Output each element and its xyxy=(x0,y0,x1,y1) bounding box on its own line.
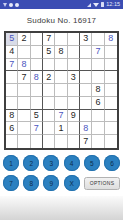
cell-r9c4[interactable] xyxy=(43,135,55,148)
cell-r8c6[interactable] xyxy=(68,122,80,135)
cell-r2c1[interactable]: 4 xyxy=(6,46,18,59)
cell-r8c9[interactable] xyxy=(105,122,117,135)
cell-r3c7[interactable] xyxy=(80,59,92,72)
cell-r8c4[interactable] xyxy=(43,122,55,135)
cell-r8c8[interactable] xyxy=(92,122,104,135)
key-3[interactable]: 3 xyxy=(43,155,59,171)
cell-r9c2[interactable] xyxy=(18,135,30,148)
notification-triangle-icon xyxy=(3,3,7,7)
cell-r8c3[interactable]: 7 xyxy=(31,122,43,135)
cell-r1c5[interactable] xyxy=(55,33,67,46)
key-5[interactable]: 5 xyxy=(84,155,100,171)
cell-r1c4[interactable]: 7 xyxy=(43,33,55,46)
cell-r2c2[interactable] xyxy=(18,46,30,59)
cell-r4c4[interactable]: 2 xyxy=(43,71,55,84)
cell-r7c4[interactable] xyxy=(43,110,55,123)
keypad: 123456 789XOPTIONS xyxy=(0,150,123,191)
options-button[interactable]: OPTIONS xyxy=(84,177,120,190)
cell-r9c3[interactable] xyxy=(31,135,43,148)
cell-r7c9[interactable] xyxy=(105,110,117,123)
notification-dot-icon xyxy=(15,3,19,7)
cell-r2c8[interactable]: 7 xyxy=(92,46,104,59)
cell-r1c2[interactable]: 2 xyxy=(18,33,30,46)
cell-r6c3[interactable] xyxy=(31,97,43,110)
cell-r6c6[interactable] xyxy=(68,97,80,110)
cell-r1c8[interactable] xyxy=(92,33,104,46)
cell-r7c2[interactable] xyxy=(18,110,30,123)
key-clear[interactable]: X xyxy=(64,175,80,191)
cell-r6c2[interactable] xyxy=(18,97,30,110)
cell-r9c6[interactable] xyxy=(68,135,80,148)
page-title: Sudoku No. 16917 xyxy=(0,9,123,31)
cell-r6c8[interactable]: 6 xyxy=(92,97,104,110)
cell-r3c9[interactable] xyxy=(105,59,117,72)
cell-r1c9[interactable]: 8 xyxy=(105,33,117,46)
cell-r2c7[interactable] xyxy=(80,46,92,59)
cell-r7c7[interactable] xyxy=(80,110,92,123)
key-8[interactable]: 8 xyxy=(23,175,39,191)
cell-r9c8[interactable] xyxy=(92,135,104,148)
keypad-row-1: 123456 xyxy=(3,155,120,171)
cell-r6c4[interactable] xyxy=(43,97,55,110)
cell-r4c1[interactable] xyxy=(6,71,18,84)
status-left-icons xyxy=(3,3,19,7)
cell-r7c6[interactable]: 9 xyxy=(68,110,80,123)
cell-r5c8[interactable]: 8 xyxy=(92,84,104,97)
key-9[interactable]: 9 xyxy=(43,175,59,191)
cell-r8c5[interactable]: 1 xyxy=(55,122,67,135)
cell-r6c5[interactable] xyxy=(55,97,67,110)
cell-r2c5[interactable]: 8 xyxy=(55,46,67,59)
cell-r4c8[interactable] xyxy=(92,71,104,84)
cell-r3c3[interactable] xyxy=(31,59,43,72)
cell-r4c5[interactable] xyxy=(55,71,67,84)
cell-r5c6[interactable] xyxy=(68,84,80,97)
cell-r3c5[interactable] xyxy=(55,59,67,72)
cell-r4c7[interactable] xyxy=(80,71,92,84)
key-7[interactable]: 7 xyxy=(3,175,19,191)
cell-r3c4[interactable] xyxy=(43,59,55,72)
cell-r7c1[interactable]: 8 xyxy=(6,110,18,123)
cell-r1c3[interactable] xyxy=(31,33,43,46)
cell-r9c5[interactable] xyxy=(55,135,67,148)
cell-r1c6[interactable] xyxy=(68,33,80,46)
cell-r2c9[interactable] xyxy=(105,46,117,59)
cell-r3c2[interactable]: 8 xyxy=(18,59,30,72)
cell-r8c2[interactable] xyxy=(18,122,30,135)
cell-r7c3[interactable]: 5 xyxy=(31,110,43,123)
cell-r5c7[interactable] xyxy=(80,84,92,97)
key-4[interactable]: 4 xyxy=(64,155,80,171)
cell-r5c5[interactable] xyxy=(55,84,67,97)
cell-r5c3[interactable] xyxy=(31,84,43,97)
cell-r6c1[interactable] xyxy=(6,97,18,110)
cell-r8c1[interactable]: 6 xyxy=(6,122,18,135)
cell-r5c2[interactable] xyxy=(18,84,30,97)
key-1[interactable]: 1 xyxy=(3,155,19,171)
cell-r2c6[interactable] xyxy=(68,46,80,59)
cell-r6c9[interactable] xyxy=(105,97,117,110)
cell-r7c5[interactable]: 7 xyxy=(55,110,67,123)
signal-icon xyxy=(87,3,91,7)
cell-r9c9[interactable] xyxy=(105,135,117,148)
key-6[interactable]: 6 xyxy=(104,155,120,171)
cell-r9c7[interactable]: 7 xyxy=(80,135,92,148)
cell-r1c1[interactable]: 5 xyxy=(6,33,18,46)
bottom-shadow xyxy=(0,196,123,220)
cell-r5c9[interactable] xyxy=(105,84,117,97)
cell-r8c7[interactable]: 8 xyxy=(80,122,92,135)
sudoku-board: 52738458778782386857967187 xyxy=(4,31,119,150)
cell-r2c3[interactable] xyxy=(31,46,43,59)
status-bar: 12:15 xyxy=(0,0,123,9)
keypad-row-2: 789XOPTIONS xyxy=(3,175,120,191)
cell-r9c1[interactable] xyxy=(6,135,18,148)
wifi-icon xyxy=(93,3,99,7)
cell-r4c9[interactable] xyxy=(105,71,117,84)
cell-r3c1[interactable]: 7 xyxy=(6,59,18,72)
cell-r6c7[interactable] xyxy=(80,97,92,110)
cell-r3c6[interactable] xyxy=(68,59,80,72)
cell-r3c8[interactable] xyxy=(92,59,104,72)
battery-icon xyxy=(101,2,104,7)
cell-r4c3[interactable]: 8 xyxy=(31,71,43,84)
key-2[interactable]: 2 xyxy=(23,155,39,171)
status-right-icons: 12:15 xyxy=(87,0,120,9)
cell-r7c8[interactable] xyxy=(92,110,104,123)
cell-r5c4[interactable] xyxy=(43,84,55,97)
cell-r5c1[interactable] xyxy=(6,84,18,97)
cell-r2c4[interactable]: 5 xyxy=(43,46,55,59)
notification-dot-icon xyxy=(9,3,13,7)
status-time: 12:15 xyxy=(106,0,120,9)
cell-r1c7[interactable]: 3 xyxy=(80,33,92,46)
cell-r4c6[interactable]: 3 xyxy=(68,71,80,84)
cell-r4c2[interactable]: 7 xyxy=(18,71,30,84)
